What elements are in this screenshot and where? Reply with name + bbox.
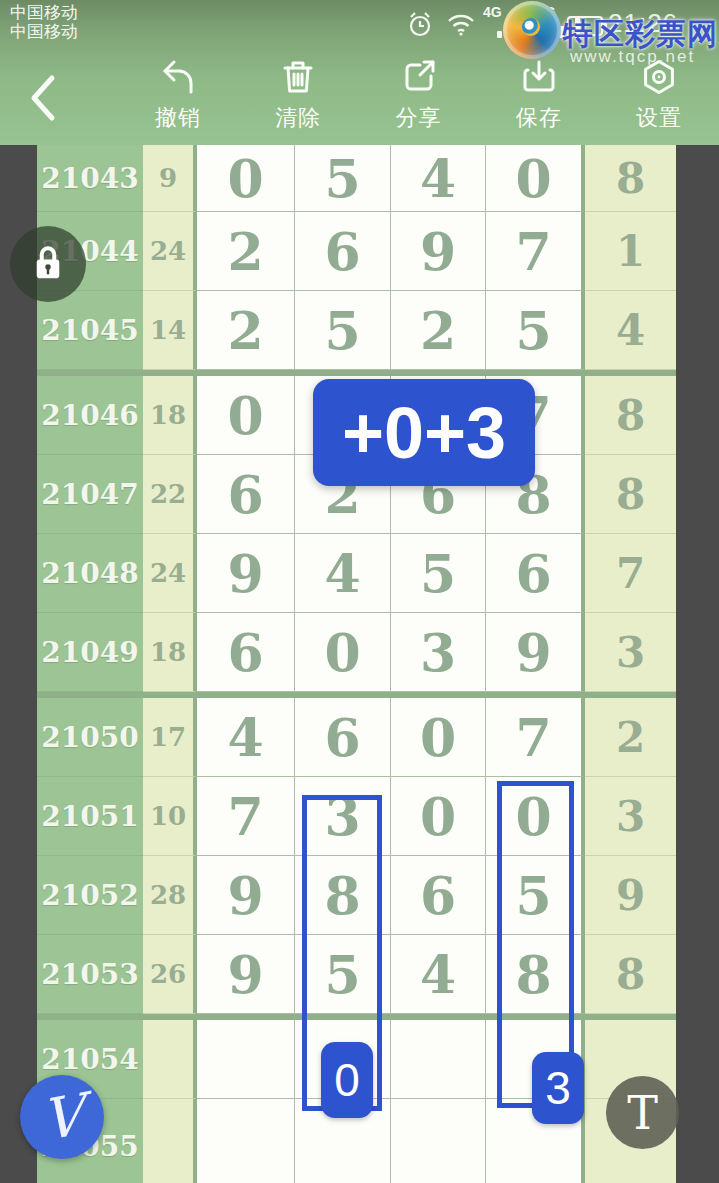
pen-tool-button[interactable]: V <box>20 1075 104 1159</box>
column4-prediction-badge[interactable]: 3 <box>532 1052 584 1124</box>
tail-cell: 8 <box>585 935 676 1014</box>
tail-cell: 8 <box>585 145 676 212</box>
save-button[interactable]: 保存 <box>479 58 599 133</box>
digit-cell: 4 <box>391 145 486 212</box>
share-icon <box>400 58 438 96</box>
digit-cell: 9 <box>197 856 295 935</box>
digit-cell: 7 <box>486 212 585 291</box>
app-screen: 2104390540821044242697121045142525421046… <box>0 0 719 1183</box>
toolbar: 撤销 清除 <box>118 58 719 133</box>
lock-button[interactable] <box>10 226 86 302</box>
tail-cell: 2 <box>585 698 676 777</box>
column2-prediction-badge[interactable]: 0 <box>321 1042 373 1118</box>
digit-cell: 6 <box>295 212 391 291</box>
period-cell: 21048 <box>37 534 143 613</box>
digit-cell: 9 <box>486 613 585 692</box>
settings-icon <box>640 58 678 96</box>
digit-cell: 5 <box>295 291 391 370</box>
tail-cell: 9 <box>585 856 676 935</box>
sum-cell: 9 <box>143 145 197 212</box>
undo-icon <box>158 58 198 96</box>
clock-time: 21:26 <box>608 8 678 39</box>
battery-icon <box>566 15 608 41</box>
digit-cell: 4 <box>295 534 391 613</box>
save-icon <box>520 58 558 96</box>
digit-cell: 7 <box>197 777 295 856</box>
digit-cell: 0 <box>197 145 295 212</box>
digit-cell <box>391 1099 486 1183</box>
digit-cell: 6 <box>197 613 295 692</box>
period-cell: 21047 <box>37 455 143 534</box>
digit-cell: 0 <box>391 777 486 856</box>
header: 中国移动 中国移动 4G 2G <box>0 0 719 145</box>
digit-cell: 2 <box>197 212 295 291</box>
text-tool-icon: T <box>627 1086 658 1140</box>
sum-cell: 10 <box>143 777 197 856</box>
sum-cell: 24 <box>143 212 197 291</box>
sum-cell: 18 <box>143 376 197 455</box>
tail-cell: 8 <box>585 455 676 534</box>
settings-button[interactable]: 设置 <box>599 58 719 133</box>
tail-cell: 8 <box>585 376 676 455</box>
table-row: 210482494567 <box>37 534 676 613</box>
period-cell: 21043 <box>37 145 143 212</box>
digit-cell: 6 <box>486 534 585 613</box>
share-button[interactable]: 分享 <box>358 58 478 133</box>
trash-icon <box>279 58 317 96</box>
pen-tool-icon: V <box>40 1081 84 1153</box>
sum-cell: 17 <box>143 698 197 777</box>
sum-cell: 14 <box>143 291 197 370</box>
digit-cell: 0 <box>197 376 295 455</box>
digit-cell: 5 <box>391 534 486 613</box>
carrier-label: 中国移动 中国移动 <box>10 3 78 41</box>
formula-annotation[interactable]: +0+3 <box>313 379 535 486</box>
period-cell: 21045 <box>37 291 143 370</box>
text-tool-button[interactable]: T <box>606 1076 679 1149</box>
undo-button[interactable]: 撤销 <box>118 58 238 133</box>
table-row: 21043905408 <box>37 145 676 212</box>
digit-cell: 9 <box>197 534 295 613</box>
sum-cell: 26 <box>143 935 197 1014</box>
sum-cell <box>143 1020 197 1099</box>
digit-cell: 9 <box>197 935 295 1014</box>
clear-button[interactable]: 清除 <box>238 58 358 133</box>
back-button[interactable] <box>24 72 64 124</box>
lock-icon <box>28 242 68 286</box>
period-cell: 21049 <box>37 613 143 692</box>
digit-cell: 6 <box>391 856 486 935</box>
digit-cell: 6 <box>197 455 295 534</box>
alarm-icon <box>405 10 435 44</box>
sum-cell: 22 <box>143 455 197 534</box>
digit-cell <box>391 1020 486 1099</box>
tail-cell: 3 <box>585 777 676 856</box>
tail-cell: 7 <box>585 534 676 613</box>
period-cell: 21046 <box>37 376 143 455</box>
digit-cell: 0 <box>486 145 585 212</box>
wifi-icon <box>446 13 476 41</box>
period-cell: 21050 <box>37 698 143 777</box>
digit-cell: 4 <box>197 698 295 777</box>
period-cell: 21053 <box>37 935 143 1014</box>
digit-cell: 6 <box>295 698 391 777</box>
signal-bars-1 <box>497 16 526 38</box>
digit-cell: 5 <box>486 291 585 370</box>
digit-cell: 0 <box>295 613 391 692</box>
digit-cell: 3 <box>391 613 486 692</box>
table-row: 210451425254 <box>37 291 676 370</box>
sum-cell: 18 <box>143 613 197 692</box>
table-row: 210491860393 <box>37 613 676 692</box>
digit-cell <box>197 1020 295 1099</box>
period-cell: 21051 <box>37 777 143 856</box>
sum-cell <box>143 1099 197 1183</box>
sum-cell: 24 <box>143 534 197 613</box>
table-row: 210442426971 <box>37 212 676 291</box>
digit-cell: 2 <box>391 291 486 370</box>
digit-cell: 7 <box>486 698 585 777</box>
digit-cell: 0 <box>391 698 486 777</box>
tail-cell: 4 <box>585 291 676 370</box>
digit-cell: 4 <box>391 935 486 1014</box>
period-cell: 21052 <box>37 856 143 935</box>
sum-cell: 28 <box>143 856 197 935</box>
tail-cell: 1 <box>585 212 676 291</box>
table-row: 210501746072 <box>37 698 676 777</box>
digit-cell <box>197 1099 295 1183</box>
digit-cell: 9 <box>391 212 486 291</box>
tail-cell: 3 <box>585 613 676 692</box>
digit-cell: 2 <box>197 291 295 370</box>
digit-cell: 5 <box>295 145 391 212</box>
